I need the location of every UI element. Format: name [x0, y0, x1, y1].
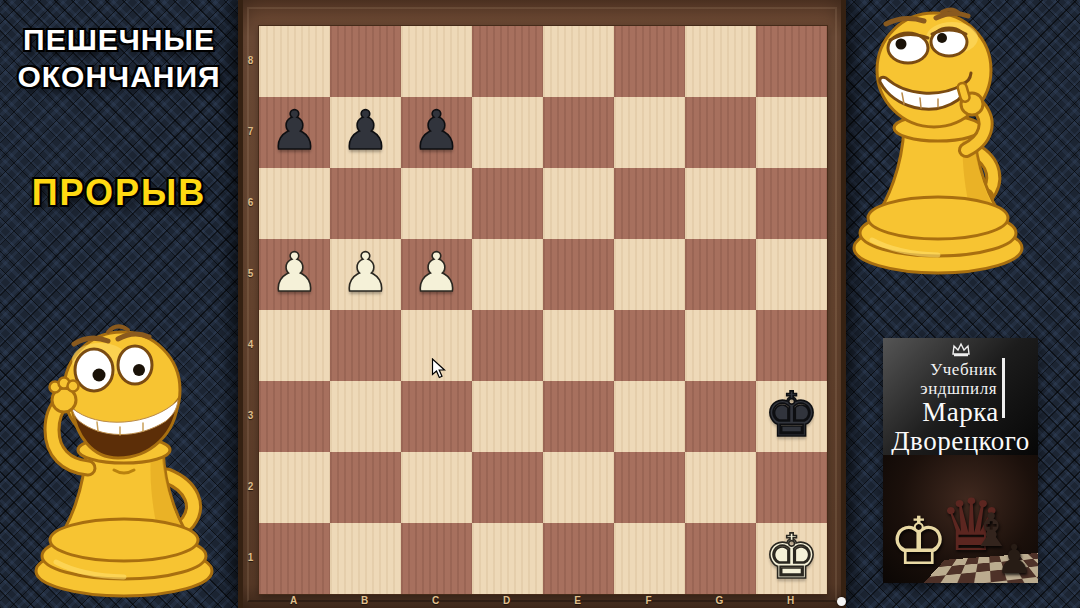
- square-h8[interactable]: [756, 26, 827, 97]
- square-e7[interactable]: [543, 97, 614, 168]
- square-e5[interactable]: [543, 239, 614, 310]
- square-a3[interactable]: [259, 381, 330, 452]
- square-c7[interactable]: ♟: [401, 97, 472, 168]
- chess-board[interactable]: ♟♟♟♟♟♟♚♚: [258, 25, 828, 595]
- subtitle-breakthrough: ПРОРЫВ: [0, 172, 238, 214]
- mouse-cursor-icon: [431, 358, 446, 379]
- chess-board-frame: 87654321 ♟♟♟♟♟♟♚♚ ABCDEFGH: [238, 0, 846, 608]
- square-b3[interactable]: [330, 381, 401, 452]
- square-c3[interactable]: [401, 381, 472, 452]
- rank-label-4: 4: [243, 309, 258, 380]
- rank-label-7: 7: [243, 96, 258, 167]
- file-label-h: H: [755, 593, 826, 607]
- file-label-c: C: [400, 593, 471, 607]
- square-e8[interactable]: [543, 26, 614, 97]
- square-d7[interactable]: [472, 97, 543, 168]
- square-a2[interactable]: [259, 452, 330, 523]
- square-b5[interactable]: ♟: [330, 239, 401, 310]
- book-series-line-2: эндшпиля: [893, 379, 997, 398]
- square-e6[interactable]: [543, 168, 614, 239]
- square-g5[interactable]: [685, 239, 756, 310]
- file-label-d: D: [471, 593, 542, 607]
- square-b2[interactable]: [330, 452, 401, 523]
- file-label-g: G: [684, 593, 755, 607]
- square-e2[interactable]: [543, 452, 614, 523]
- rank-label-3: 3: [243, 380, 258, 451]
- square-h3[interactable]: ♚: [756, 381, 827, 452]
- left-panel: ПЕШЕЧНЫЕ ОКОНЧАНИЯ ПРОРЫВ: [0, 0, 238, 608]
- square-f5[interactable]: [614, 239, 685, 310]
- square-f1[interactable]: [614, 523, 685, 594]
- file-label-b: B: [329, 593, 400, 607]
- square-b6[interactable]: [330, 168, 401, 239]
- square-b4[interactable]: [330, 310, 401, 381]
- square-a8[interactable]: [259, 26, 330, 97]
- square-h2[interactable]: [756, 452, 827, 523]
- black-pawn-c7[interactable]: ♟: [412, 95, 460, 166]
- square-d6[interactable]: [472, 168, 543, 239]
- square-b1[interactable]: [330, 523, 401, 594]
- square-g7[interactable]: [685, 97, 756, 168]
- square-g8[interactable]: [685, 26, 756, 97]
- square-a7[interactable]: ♟: [259, 97, 330, 168]
- square-d5[interactable]: [472, 239, 543, 310]
- rank-label-8: 8: [243, 25, 258, 96]
- photo-dark-pawn: ♟: [996, 539, 1032, 579]
- square-c6[interactable]: [401, 168, 472, 239]
- rank-label-6: 6: [243, 167, 258, 238]
- file-labels: ABCDEFGH: [258, 593, 826, 607]
- square-c2[interactable]: [401, 452, 472, 523]
- square-f6[interactable]: [614, 168, 685, 239]
- video-frame: ПЕШЕЧНЫЕ ОКОНЧАНИЯ ПРОРЫВ: [0, 0, 1080, 608]
- square-h5[interactable]: [756, 239, 827, 310]
- square-b8[interactable]: [330, 26, 401, 97]
- rank-label-5: 5: [243, 238, 258, 309]
- square-h6[interactable]: [756, 168, 827, 239]
- title-line-2: ОКОНЧАНИЯ: [0, 58, 238, 95]
- waving-pawn-mascot: [22, 318, 227, 603]
- book-series-line-1: Учебник: [893, 360, 997, 379]
- file-label-e: E: [542, 593, 613, 607]
- right-panel: Учебник эндшпиля Марка Дворецкого ♛ ♝ ♔ …: [846, 0, 1080, 608]
- square-c5[interactable]: ♟: [401, 239, 472, 310]
- white-pawn-c5[interactable]: ♟: [412, 237, 460, 308]
- book-photo: ♛ ♝ ♔ ♟: [883, 455, 1038, 583]
- black-pawn-b7[interactable]: ♟: [341, 95, 389, 166]
- file-label-f: F: [613, 593, 684, 607]
- square-a6[interactable]: [259, 168, 330, 239]
- title-line-1: ПЕШЕЧНЫЕ: [0, 21, 238, 58]
- square-f3[interactable]: [614, 381, 685, 452]
- page-title: ПЕШЕЧНЫЕ ОКОНЧАНИЯ: [0, 21, 238, 95]
- square-g1[interactable]: [685, 523, 756, 594]
- square-g6[interactable]: [685, 168, 756, 239]
- thinking-pawn-mascot: [846, 0, 1026, 280]
- square-g3[interactable]: [685, 381, 756, 452]
- square-h4[interactable]: [756, 310, 827, 381]
- book-series-title: Учебник эндшпиля: [893, 360, 997, 398]
- photo-white-king: ♔: [889, 509, 948, 575]
- square-f4[interactable]: [614, 310, 685, 381]
- square-d4[interactable]: [472, 310, 543, 381]
- white-pawn-a5[interactable]: ♟: [270, 237, 318, 308]
- white-pawn-b5[interactable]: ♟: [341, 237, 389, 308]
- white-to-move-indicator: [837, 597, 846, 606]
- square-b7[interactable]: ♟: [330, 97, 401, 168]
- book-author-line-1: Марка: [883, 398, 1038, 427]
- square-g2[interactable]: [685, 452, 756, 523]
- square-c1[interactable]: [401, 523, 472, 594]
- white-king-h1[interactable]: ♚: [764, 521, 820, 592]
- square-a1[interactable]: [259, 523, 330, 594]
- book-cover: Учебник эндшпиля Марка Дворецкого ♛ ♝ ♔ …: [883, 338, 1038, 583]
- square-d2[interactable]: [472, 452, 543, 523]
- file-label-a: A: [258, 593, 329, 607]
- square-g4[interactable]: [685, 310, 756, 381]
- square-e4[interactable]: [543, 310, 614, 381]
- square-f2[interactable]: [614, 452, 685, 523]
- book-author-line-2: Дворецкого: [883, 427, 1038, 456]
- black-king-h3[interactable]: ♚: [764, 379, 820, 450]
- square-d3[interactable]: [472, 381, 543, 452]
- square-f8[interactable]: [614, 26, 685, 97]
- square-h1[interactable]: ♚: [756, 523, 827, 594]
- square-d1[interactable]: [472, 523, 543, 594]
- square-d8[interactable]: [472, 26, 543, 97]
- square-e3[interactable]: [543, 381, 614, 452]
- book-author: Марка Дворецкого: [883, 398, 1038, 456]
- square-f7[interactable]: [614, 97, 685, 168]
- rank-labels: 87654321: [243, 25, 258, 593]
- square-a4[interactable]: [259, 310, 330, 381]
- square-h7[interactable]: [756, 97, 827, 168]
- rank-label-2: 2: [243, 451, 258, 522]
- square-a5[interactable]: ♟: [259, 239, 330, 310]
- rank-label-1: 1: [243, 522, 258, 593]
- square-c8[interactable]: [401, 26, 472, 97]
- square-e1[interactable]: [543, 523, 614, 594]
- black-pawn-a7[interactable]: ♟: [270, 95, 318, 166]
- crown-icon: [883, 342, 1038, 361]
